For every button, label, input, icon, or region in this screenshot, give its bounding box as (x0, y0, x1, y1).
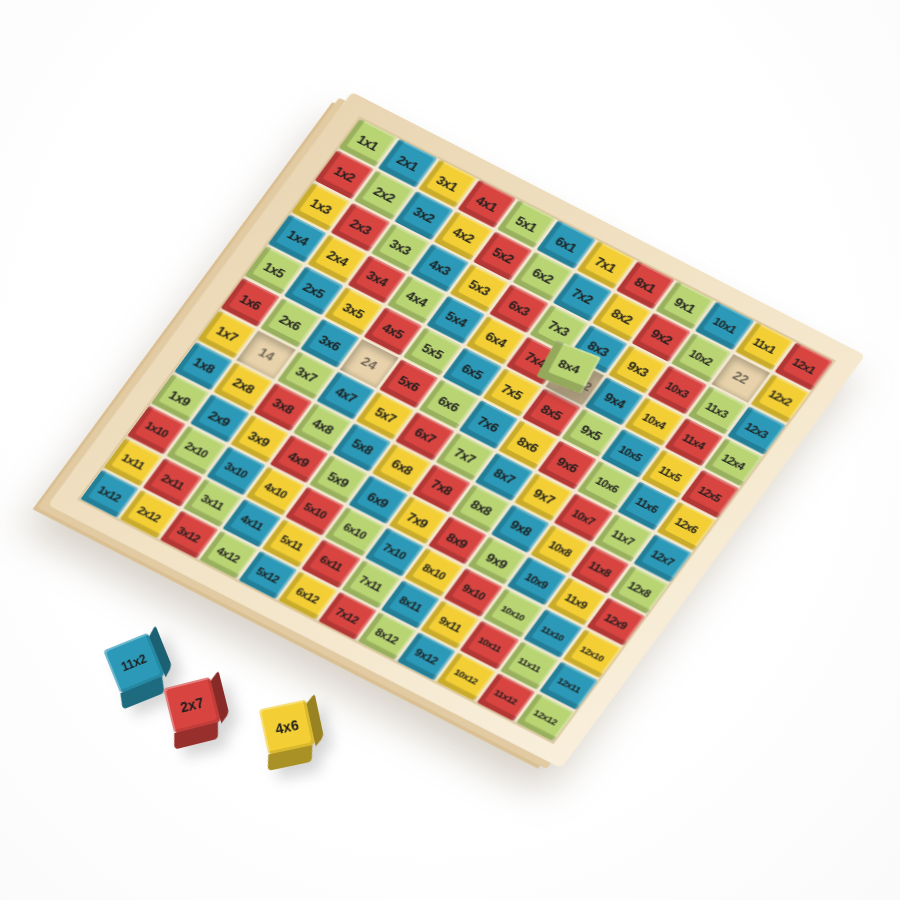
loose-cube-11x2[interactable]: 11x2 (103, 633, 165, 694)
loose-cube-top-face: 2x7 (163, 677, 221, 733)
loose-cube-4x6[interactable]: 4x6 (259, 700, 316, 755)
loose-cube-label: 4x6 (274, 717, 300, 738)
loose-cube-top-face: 11x2 (103, 633, 165, 694)
loose-cube-top-face: 4x6 (259, 700, 316, 755)
product-photo-stage: 1x12x13x14x15x16x17x18x19x110x111x112x11… (0, 0, 900, 900)
loose-cube-label: 2x7 (179, 694, 206, 715)
board-grid: 1x12x13x14x15x16x17x18x19x110x111x112x11… (80, 119, 833, 742)
loose-cube-label: 11x2 (119, 652, 148, 675)
loose-cube-2x7[interactable]: 2x7 (163, 677, 221, 733)
